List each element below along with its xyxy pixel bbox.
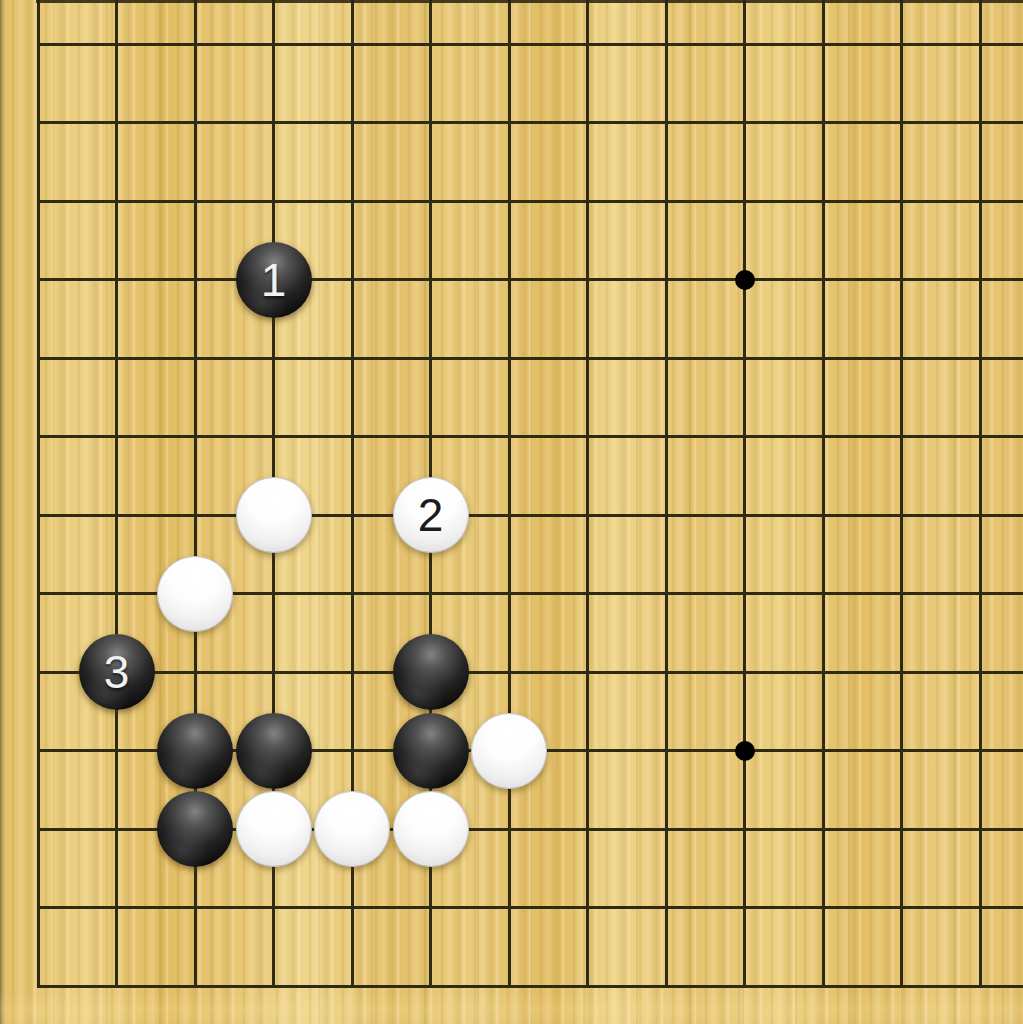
white-stone — [471, 713, 547, 789]
black-stone — [393, 634, 469, 710]
stone-number-label: 2 — [418, 492, 444, 538]
white-stone — [236, 477, 312, 553]
black-stone — [157, 713, 233, 789]
go-board: 123 — [0, 0, 1023, 1024]
white-stone — [157, 556, 233, 632]
black-stone — [236, 713, 312, 789]
stone-number-label: 1 — [261, 257, 287, 303]
stone-number-label: 3 — [104, 649, 130, 695]
photo-left-edge-shadow — [0, 0, 5, 1024]
white-stone — [393, 791, 469, 867]
black-stone — [393, 713, 469, 789]
black-stone: 1 — [236, 242, 312, 318]
stones-layer: 123 — [0, 5, 1019, 1024]
white-stone: 2 — [393, 477, 469, 553]
white-stone — [314, 791, 390, 867]
black-stone: 3 — [79, 634, 155, 710]
white-stone — [236, 791, 312, 867]
black-stone — [157, 791, 233, 867]
photo-top-edge-line — [36, 0, 1023, 3]
